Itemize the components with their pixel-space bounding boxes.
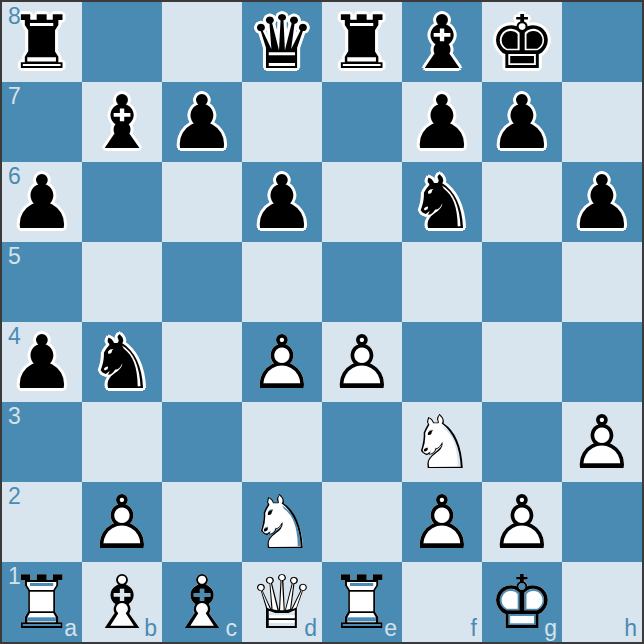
piece-glyph: ♞ [402, 162, 482, 242]
piece-white-pawn[interactable]: ♟♙ [242, 322, 322, 402]
square-a2[interactable]: 2 [2, 482, 82, 562]
piece-outline-layer: ♘ [402, 402, 482, 482]
file-label-b: b [144, 617, 157, 640]
square-b4[interactable]: ♞ [82, 322, 162, 402]
square-h4[interactable] [562, 322, 642, 402]
square-g3[interactable] [482, 402, 562, 482]
square-f1[interactable]: f [402, 562, 482, 642]
piece-white-pawn[interactable]: ♟♙ [562, 402, 642, 482]
square-c1[interactable]: c♝♗ [162, 562, 242, 642]
piece-black-king[interactable]: ♚ [482, 2, 562, 82]
square-c3[interactable] [162, 402, 242, 482]
square-c6[interactable] [162, 162, 242, 242]
square-d4[interactable]: ♟♙ [242, 322, 322, 402]
square-b6[interactable] [82, 162, 162, 242]
square-d7[interactable] [242, 82, 322, 162]
piece-glyph: ♝ [402, 2, 482, 82]
square-d8[interactable]: ♛ [242, 2, 322, 82]
piece-white-pawn[interactable]: ♟♙ [82, 482, 162, 562]
piece-outline-layer: ♙ [322, 322, 402, 402]
square-c2[interactable] [162, 482, 242, 562]
square-g1[interactable]: g♚♔ [482, 562, 562, 642]
square-e2[interactable] [322, 482, 402, 562]
file-label-c: c [226, 617, 238, 640]
square-f7[interactable]: ♟ [402, 82, 482, 162]
square-e3[interactable] [322, 402, 402, 482]
square-c7[interactable]: ♟ [162, 82, 242, 162]
piece-black-pawn[interactable]: ♟ [562, 162, 642, 242]
chess-board-container: 8♜♛♜♝♚7♝♟♟♟6♟♟♞♟54♟♞♟♙♟♙3♞♘♟♙2♟♙♞♘♟♙♟♙1a… [0, 0, 644, 644]
piece-black-pawn[interactable]: ♟ [402, 82, 482, 162]
square-c5[interactable] [162, 242, 242, 322]
piece-outline-layer: ♙ [242, 322, 322, 402]
square-h5[interactable] [562, 242, 642, 322]
piece-white-knight[interactable]: ♞♘ [242, 482, 322, 562]
rank-label-5: 5 [8, 245, 21, 268]
piece-black-pawn[interactable]: ♟ [482, 82, 562, 162]
piece-white-pawn[interactable]: ♟♙ [482, 482, 562, 562]
square-h2[interactable] [562, 482, 642, 562]
square-g4[interactable] [482, 322, 562, 402]
piece-outline-layer: ♙ [482, 482, 562, 562]
rank-label-2: 2 [8, 485, 21, 508]
piece-glyph: ♜ [322, 2, 402, 82]
rank-label-4: 4 [8, 325, 21, 348]
square-e4[interactable]: ♟♙ [322, 322, 402, 402]
file-label-d: d [304, 617, 317, 640]
piece-black-pawn[interactable]: ♟ [162, 82, 242, 162]
piece-black-pawn[interactable]: ♟ [242, 162, 322, 242]
square-h8[interactable] [562, 2, 642, 82]
square-a7[interactable]: 7 [2, 82, 82, 162]
square-a8[interactable]: 8♜ [2, 2, 82, 82]
square-e1[interactable]: e♜♖ [322, 562, 402, 642]
square-a6[interactable]: 6♟ [2, 162, 82, 242]
piece-black-bishop[interactable]: ♝ [402, 2, 482, 82]
square-g2[interactable]: ♟♙ [482, 482, 562, 562]
square-h3[interactable]: ♟♙ [562, 402, 642, 482]
piece-glyph: ♝ [82, 82, 162, 162]
square-d1[interactable]: d♛♕ [242, 562, 322, 642]
square-a5[interactable]: 5 [2, 242, 82, 322]
rank-label-7: 7 [8, 85, 21, 108]
piece-black-knight[interactable]: ♞ [82, 322, 162, 402]
square-h7[interactable] [562, 82, 642, 162]
square-d6[interactable]: ♟ [242, 162, 322, 242]
square-f2[interactable]: ♟♙ [402, 482, 482, 562]
piece-glyph: ♟ [402, 82, 482, 162]
square-d2[interactable]: ♞♘ [242, 482, 322, 562]
square-c4[interactable] [162, 322, 242, 402]
piece-black-bishop[interactable]: ♝ [82, 82, 162, 162]
file-label-e: e [384, 617, 397, 640]
square-e8[interactable]: ♜ [322, 2, 402, 82]
rank-label-1: 1 [8, 565, 21, 588]
piece-white-pawn[interactable]: ♟♙ [402, 482, 482, 562]
square-g7[interactable]: ♟ [482, 82, 562, 162]
piece-outline-layer: ♙ [82, 482, 162, 562]
square-f5[interactable] [402, 242, 482, 322]
square-e5[interactable] [322, 242, 402, 322]
square-g5[interactable] [482, 242, 562, 322]
square-d3[interactable] [242, 402, 322, 482]
square-b2[interactable]: ♟♙ [82, 482, 162, 562]
square-b8[interactable] [82, 2, 162, 82]
piece-glyph: ♟ [562, 162, 642, 242]
piece-glyph: ♟ [242, 162, 322, 242]
file-label-h: h [624, 617, 637, 640]
piece-glyph: ♚ [482, 2, 562, 82]
square-g6[interactable] [482, 162, 562, 242]
file-label-g: g [544, 617, 557, 640]
square-a1[interactable]: 1a♜♖ [2, 562, 82, 642]
square-c8[interactable] [162, 2, 242, 82]
square-h1[interactable]: h [562, 562, 642, 642]
rank-label-3: 3 [8, 405, 21, 428]
square-f4[interactable] [402, 322, 482, 402]
square-b5[interactable] [82, 242, 162, 322]
file-label-f: f [471, 617, 477, 640]
square-b7[interactable]: ♝ [82, 82, 162, 162]
piece-white-pawn[interactable]: ♟♙ [322, 322, 402, 402]
square-e6[interactable] [322, 162, 402, 242]
rank-label-8: 8 [8, 5, 21, 28]
square-f8[interactable]: ♝ [402, 2, 482, 82]
square-d5[interactable] [242, 242, 322, 322]
chess-board: 8♜♛♜♝♚7♝♟♟♟6♟♟♞♟54♟♞♟♙♟♙3♞♘♟♙2♟♙♞♘♟♙♟♙1a… [0, 0, 644, 644]
square-f3[interactable]: ♞♘ [402, 402, 482, 482]
square-h6[interactable]: ♟ [562, 162, 642, 242]
square-e7[interactable] [322, 82, 402, 162]
piece-glyph: ♞ [82, 322, 162, 402]
square-f6[interactable]: ♞ [402, 162, 482, 242]
piece-outline-layer: ♘ [242, 482, 322, 562]
square-a3[interactable]: 3 [2, 402, 82, 482]
piece-glyph: ♟ [482, 82, 562, 162]
piece-black-rook[interactable]: ♜ [322, 2, 402, 82]
piece-black-queen[interactable]: ♛ [242, 2, 322, 82]
piece-black-knight[interactable]: ♞ [402, 162, 482, 242]
file-label-a: a [64, 617, 77, 640]
square-a4[interactable]: 4♟ [2, 322, 82, 402]
rank-label-6: 6 [8, 165, 21, 188]
square-g8[interactable]: ♚ [482, 2, 562, 82]
piece-outline-layer: ♙ [562, 402, 642, 482]
square-b3[interactable] [82, 402, 162, 482]
piece-outline-layer: ♙ [402, 482, 482, 562]
piece-glyph: ♛ [242, 2, 322, 82]
piece-glyph: ♟ [162, 82, 242, 162]
piece-white-knight[interactable]: ♞♘ [402, 402, 482, 482]
square-b1[interactable]: b♝♗ [82, 562, 162, 642]
